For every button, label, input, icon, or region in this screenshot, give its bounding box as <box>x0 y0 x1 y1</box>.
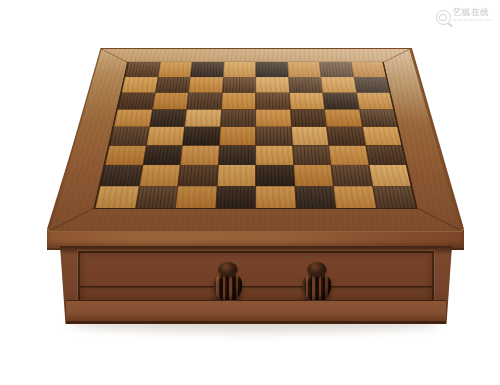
square-g6 <box>323 93 359 109</box>
square-c5 <box>185 109 221 126</box>
square-h7 <box>354 77 389 92</box>
square-g2 <box>331 165 371 185</box>
square-b3 <box>143 145 182 164</box>
square-h8 <box>351 62 385 76</box>
knob-cap <box>219 262 238 277</box>
square-f5 <box>290 109 326 126</box>
square-c3 <box>181 145 219 164</box>
frame-miter-seam <box>416 208 460 230</box>
frame-miter-seam <box>102 49 129 62</box>
square-a6 <box>118 93 154 109</box>
square-f6 <box>289 93 324 109</box>
square-e7 <box>256 77 289 92</box>
square-h3 <box>366 145 406 164</box>
square-e3 <box>256 145 293 164</box>
square-a4 <box>110 127 149 145</box>
square-c2 <box>178 165 217 185</box>
square-f3 <box>293 145 331 164</box>
watermark-text-block: 艺狐在线 www.artfoxlive.com <box>453 8 500 26</box>
square-e8 <box>256 62 288 76</box>
square-a2 <box>101 165 142 185</box>
square-c8 <box>191 62 224 76</box>
square-e4 <box>256 127 292 145</box>
drawer-groove-line <box>80 286 432 290</box>
square-b4 <box>146 127 184 145</box>
square-h2 <box>369 165 410 185</box>
square-a3 <box>105 145 145 164</box>
square-b5 <box>149 109 186 126</box>
board-lid-top <box>48 48 463 232</box>
square-d6 <box>221 93 255 109</box>
square-f4 <box>291 127 328 145</box>
square-d7 <box>222 77 255 92</box>
watermark-text: 艺狐在线 <box>453 8 500 17</box>
square-g1 <box>334 186 376 208</box>
square-d3 <box>218 145 255 164</box>
square-g4 <box>327 127 365 145</box>
watermark-magnifier-icon <box>436 10 451 25</box>
frame-miter-seam <box>51 208 95 230</box>
square-h4 <box>362 127 401 145</box>
square-d1 <box>216 186 255 208</box>
photo-stage: 艺狐在线 www.artfoxlive.com <box>0 0 500 385</box>
square-d2 <box>217 165 255 185</box>
watermark: 艺狐在线 www.artfoxlive.com <box>436 6 494 28</box>
square-c4 <box>183 127 220 145</box>
square-e1 <box>256 186 295 208</box>
square-d5 <box>220 109 255 126</box>
base-bottom-rail <box>66 300 446 324</box>
square-g3 <box>329 145 368 164</box>
square-e6 <box>256 93 290 109</box>
square-f1 <box>295 186 335 208</box>
square-d4 <box>219 127 255 145</box>
knob-cap <box>308 262 327 277</box>
square-f7 <box>289 77 323 92</box>
square-a7 <box>122 77 157 92</box>
square-b7 <box>155 77 189 92</box>
knob-fluted-skirt <box>214 274 242 302</box>
square-a5 <box>114 109 152 126</box>
square-h1 <box>373 186 416 208</box>
square-a8 <box>125 62 159 76</box>
square-e2 <box>256 165 294 185</box>
square-b1 <box>136 186 178 208</box>
square-c6 <box>187 93 222 109</box>
watermark-subtext: www.artfoxlive.com <box>453 18 492 22</box>
square-c7 <box>189 77 223 92</box>
square-h6 <box>357 93 393 109</box>
chess-board <box>93 62 417 209</box>
frame-miter-seam <box>383 49 410 62</box>
base-front <box>60 246 452 324</box>
square-d8 <box>223 62 255 76</box>
square-e5 <box>256 109 291 126</box>
knob-fluted-skirt <box>303 274 331 302</box>
square-g5 <box>325 109 362 126</box>
square-b6 <box>152 93 188 109</box>
square-h5 <box>359 109 397 126</box>
square-c1 <box>176 186 216 208</box>
square-f2 <box>294 165 333 185</box>
square-b8 <box>158 62 192 76</box>
square-b2 <box>139 165 179 185</box>
square-f8 <box>288 62 321 76</box>
square-g8 <box>320 62 354 76</box>
square-a1 <box>95 186 138 208</box>
square-g7 <box>321 77 355 92</box>
